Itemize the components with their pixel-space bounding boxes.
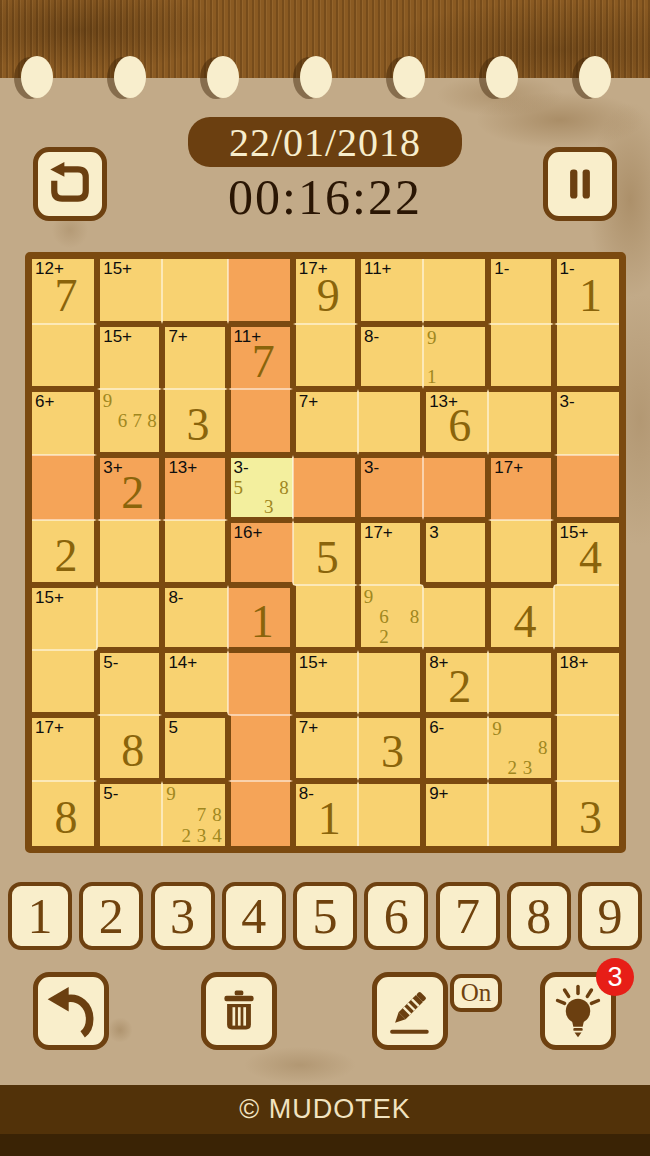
cage-label: 5 bbox=[168, 719, 177, 738]
cage-label: 3- bbox=[560, 393, 575, 412]
cell-r2c4[interactable]: 11+7 bbox=[228, 324, 293, 389]
cage-label: 8- bbox=[168, 589, 183, 608]
cell-r7c1[interactable] bbox=[32, 650, 97, 715]
cell-r8c5[interactable]: 7+ bbox=[293, 715, 358, 780]
cell-r1c4[interactable] bbox=[228, 259, 293, 324]
cell-r5c1[interactable]: 2 bbox=[32, 520, 97, 585]
cage-label: 3+ bbox=[103, 459, 122, 478]
cage-label: 11+ bbox=[364, 260, 392, 279]
cell-r4c6[interactable]: 3- bbox=[358, 455, 423, 520]
cell-value: 8 bbox=[35, 786, 97, 850]
number-button-5[interactable]: 5 bbox=[293, 882, 357, 950]
cage-label: 1- bbox=[560, 260, 575, 279]
trash-icon bbox=[213, 985, 265, 1037]
cell-r9c2[interactable]: 5- bbox=[97, 781, 162, 846]
cell-r6c3[interactable]: 8- bbox=[162, 585, 227, 650]
cell-r2c9[interactable] bbox=[554, 324, 619, 389]
binder-hole bbox=[486, 56, 518, 98]
pencil-mark: 5 bbox=[231, 477, 246, 497]
binder-hole bbox=[300, 56, 332, 98]
cell-r9c6[interactable] bbox=[358, 781, 423, 846]
cell-r8c8[interactable]: 2389 bbox=[488, 715, 553, 780]
cell-r8c3[interactable]: 5 bbox=[162, 715, 227, 780]
cell-r6c9[interactable] bbox=[554, 585, 619, 650]
cell-value: 8 bbox=[103, 720, 162, 781]
footer-bottom-strip bbox=[0, 1134, 650, 1156]
cage-label: 17+ bbox=[364, 524, 393, 543]
cell-r4c2[interactable]: 3+2 bbox=[97, 455, 162, 520]
cell-r6c2[interactable] bbox=[97, 585, 162, 650]
cell-r6c1[interactable]: 15+ bbox=[32, 585, 97, 650]
cage-label: 13+ bbox=[168, 459, 197, 478]
cage-label: 17+ bbox=[35, 719, 64, 738]
cell-r9c3[interactable]: 234789 bbox=[162, 781, 227, 846]
pencil-mark: 8 bbox=[535, 738, 550, 758]
binder-holes bbox=[0, 56, 650, 102]
cell-r4c9[interactable] bbox=[554, 455, 619, 520]
cell-r5c7[interactable]: 3 bbox=[423, 520, 488, 585]
binder-hole bbox=[114, 56, 146, 98]
cell-r1c7[interactable] bbox=[423, 259, 488, 324]
pencil-mark: 4 bbox=[209, 825, 224, 846]
cell-r8c6[interactable]: 3 bbox=[358, 715, 423, 780]
cage-label: 18+ bbox=[560, 654, 589, 673]
cell-r7c4[interactable] bbox=[228, 650, 293, 715]
number-button-3[interactable]: 3 bbox=[151, 882, 215, 950]
cell-r1c6[interactable]: 11+ bbox=[358, 259, 423, 324]
cell-r2c3[interactable]: 7+ bbox=[162, 324, 227, 389]
pause-icon bbox=[555, 159, 605, 209]
cage-label: 5- bbox=[103, 654, 118, 673]
cage-label: 16+ bbox=[234, 524, 263, 543]
cell-r1c2[interactable]: 15+ bbox=[97, 259, 162, 324]
cell-value: 3 bbox=[362, 722, 423, 781]
erase-button[interactable] bbox=[201, 972, 277, 1050]
cell-r4c1[interactable] bbox=[32, 455, 97, 520]
cell-r4c3[interactable]: 13+ bbox=[162, 455, 227, 520]
cell-r8c7[interactable]: 6- bbox=[423, 715, 488, 780]
cage-label: 11+ bbox=[234, 328, 262, 347]
pencil-mark: 2 bbox=[179, 825, 194, 846]
pencil-mark: 9 bbox=[163, 784, 178, 805]
cell-r6c8[interactable]: 4 bbox=[488, 585, 553, 650]
cell-r1c5[interactable]: 17+9 bbox=[293, 259, 358, 324]
cell-r1c9[interactable]: 1-1 bbox=[554, 259, 619, 324]
cell-r1c3[interactable] bbox=[162, 259, 227, 324]
pencil-mark: 9 bbox=[100, 390, 115, 410]
date-text: 22/01/2018 bbox=[229, 119, 421, 166]
pencil-mark: 3 bbox=[520, 758, 535, 778]
cell-r8c4[interactable] bbox=[228, 715, 293, 780]
cage-label: 14+ bbox=[168, 654, 197, 673]
sudoku-board: 12+715+17+911+1-1-115+7+11+78-196+678937… bbox=[25, 252, 626, 853]
cage-label: 9+ bbox=[429, 785, 448, 804]
cell-r3c6[interactable] bbox=[358, 389, 423, 454]
cage-label: 12+ bbox=[35, 260, 64, 279]
cell-r9c5[interactable]: 8-1 bbox=[293, 781, 358, 846]
cell-r9c7[interactable]: 9+ bbox=[423, 781, 488, 846]
pencil-mark: 8 bbox=[145, 411, 160, 431]
cell-r7c2[interactable]: 5- bbox=[97, 650, 162, 715]
cell-r4c7[interactable] bbox=[423, 455, 488, 520]
cage-label: 8- bbox=[364, 328, 379, 347]
pencil-mode-badge[interactable]: On bbox=[450, 974, 502, 1012]
cell-r6c4[interactable]: 1 bbox=[228, 585, 293, 650]
pencil-mark: 3 bbox=[194, 825, 209, 846]
pencil-mark: 3 bbox=[261, 497, 276, 517]
cage-label: 3- bbox=[364, 459, 379, 478]
pencil-mark: 6 bbox=[376, 606, 391, 626]
hint-count: 3 bbox=[607, 962, 622, 993]
pencil-mark: 8 bbox=[407, 606, 422, 626]
pencil-mark: 8 bbox=[209, 804, 224, 825]
cell-r6c5[interactable] bbox=[293, 585, 358, 650]
cell-value: 2 bbox=[35, 525, 97, 586]
footer-bar: © MUDOTEK bbox=[0, 1085, 650, 1134]
binder-hole bbox=[393, 56, 425, 98]
pencil-mark: 6 bbox=[115, 411, 130, 431]
killer-sudoku-app: 22/01/2018 00:16:22 12+715+17+911+1-1-11… bbox=[0, 0, 650, 1156]
pencil-mark: 9 bbox=[361, 586, 376, 606]
cell-r5c2[interactable] bbox=[97, 520, 162, 585]
cell-r4c5[interactable] bbox=[293, 455, 358, 520]
number-button-9[interactable]: 9 bbox=[578, 882, 642, 950]
number-button-row: 123456789 bbox=[0, 882, 650, 950]
binder-hole bbox=[579, 56, 611, 98]
cage-label: 7+ bbox=[299, 719, 318, 738]
pencil-mark: 7 bbox=[130, 411, 145, 431]
binder-hole bbox=[21, 56, 53, 98]
cell-r7c5[interactable]: 15+ bbox=[293, 650, 358, 715]
number-button-4[interactable]: 4 bbox=[222, 882, 286, 950]
pencil-mode-text: On bbox=[461, 979, 492, 1007]
cell-r6c6[interactable]: 2689 bbox=[358, 585, 423, 650]
cell-r3c8[interactable] bbox=[488, 389, 553, 454]
cell-r8c1[interactable]: 17+ bbox=[32, 715, 97, 780]
cell-r2c6[interactable]: 8- bbox=[358, 324, 423, 389]
cell-r9c1[interactable]: 8 bbox=[32, 781, 97, 846]
binder-hole bbox=[207, 56, 239, 98]
cell-r4c8[interactable]: 17+ bbox=[488, 455, 553, 520]
copyright-text: © MUDOTEK bbox=[239, 1094, 410, 1125]
pencil-mark: 2 bbox=[505, 758, 520, 778]
cell-r9c9[interactable]: 3 bbox=[554, 781, 619, 846]
cell-r6c7[interactable] bbox=[423, 585, 488, 650]
cage-label: 13+ bbox=[429, 393, 458, 412]
cell-r1c1[interactable]: 12+7 bbox=[32, 259, 97, 324]
cell-r3c7[interactable]: 13+6 bbox=[423, 389, 488, 454]
cell-value: 3 bbox=[560, 786, 622, 850]
cell-r8c2[interactable]: 8 bbox=[97, 715, 162, 780]
pencil-icon bbox=[382, 983, 438, 1039]
cell-r7c9[interactable]: 18+ bbox=[554, 650, 619, 715]
cage-label: 8- bbox=[299, 785, 314, 804]
cage-label: 7+ bbox=[168, 328, 187, 347]
cell-r4c4[interactable]: 3-358 bbox=[228, 455, 293, 520]
cell-r2c7[interactable]: 19 bbox=[423, 324, 488, 389]
lightbulb-icon bbox=[550, 983, 606, 1039]
cell-r7c7[interactable]: 8+2 bbox=[423, 650, 488, 715]
cage-label: 15+ bbox=[299, 654, 328, 673]
cell-r5c5[interactable]: 5 bbox=[293, 520, 358, 585]
number-button-2[interactable]: 2 bbox=[79, 882, 143, 950]
undo-button[interactable] bbox=[33, 972, 109, 1050]
cell-r2c5[interactable] bbox=[293, 324, 358, 389]
cage-label: 5- bbox=[103, 785, 118, 804]
number-button-6[interactable]: 6 bbox=[364, 882, 428, 950]
cage-label: 7+ bbox=[299, 393, 318, 412]
cell-r5c9[interactable]: 15+4 bbox=[554, 520, 619, 585]
cell-r3c3[interactable]: 3 bbox=[162, 389, 227, 454]
pencil-mark: 7 bbox=[194, 804, 209, 825]
cage-label: 8+ bbox=[429, 654, 448, 673]
cell-r5c4[interactable]: 16+ bbox=[228, 520, 293, 585]
pencil-mark: 8 bbox=[276, 477, 291, 497]
date-badge: 22/01/2018 bbox=[188, 117, 462, 167]
cell-r3c2[interactable]: 6789 bbox=[97, 389, 162, 454]
cell-value: 5 bbox=[297, 527, 358, 588]
cage-label: 6+ bbox=[35, 393, 54, 412]
cell-r9c8[interactable] bbox=[488, 781, 553, 846]
number-button-1[interactable]: 1 bbox=[8, 882, 72, 950]
cage-label: 15+ bbox=[35, 589, 64, 608]
cage-label: 15+ bbox=[560, 524, 589, 543]
cell-r5c6[interactable]: 17+ bbox=[358, 520, 423, 585]
cage-label: 17+ bbox=[299, 260, 328, 279]
pause-button[interactable] bbox=[543, 147, 617, 221]
cell-r3c4[interactable] bbox=[228, 389, 293, 454]
cage-label: 3- bbox=[234, 459, 249, 478]
cell-r2c8[interactable] bbox=[488, 324, 553, 389]
cell-r3c5[interactable]: 7+ bbox=[293, 389, 358, 454]
cell-r2c1[interactable] bbox=[32, 324, 97, 389]
cell-r5c3[interactable] bbox=[162, 520, 227, 585]
cell-r7c8[interactable] bbox=[488, 650, 553, 715]
cage-label: 17+ bbox=[494, 459, 523, 478]
cage-label: 6- bbox=[429, 719, 444, 738]
cell-r7c6[interactable] bbox=[358, 650, 423, 715]
cage-label: 15+ bbox=[103, 260, 132, 279]
cage-label: 15+ bbox=[103, 328, 132, 347]
cell-r2c2[interactable]: 15+ bbox=[97, 324, 162, 389]
cell-r9c4[interactable] bbox=[228, 781, 293, 846]
pencil-button[interactable] bbox=[372, 972, 448, 1050]
undo-icon bbox=[43, 983, 99, 1039]
cell-r1c8[interactable]: 1- bbox=[488, 259, 553, 324]
pencil-mark: 9 bbox=[489, 718, 504, 738]
cell-r5c8[interactable] bbox=[488, 520, 553, 585]
number-button-7[interactable]: 7 bbox=[436, 882, 500, 950]
cell-value: 4 bbox=[494, 592, 555, 651]
hint-count-badge: 3 bbox=[596, 958, 634, 996]
cell-r8c9[interactable] bbox=[554, 715, 619, 780]
cage-label: 3 bbox=[429, 524, 438, 543]
number-button-8[interactable]: 8 bbox=[507, 882, 571, 950]
cell-r3c1[interactable]: 6+ bbox=[32, 389, 97, 454]
cell-value: 1 bbox=[232, 592, 293, 651]
pencil-mark: 9 bbox=[424, 327, 439, 347]
cell-r7c3[interactable]: 14+ bbox=[162, 650, 227, 715]
cell-r3c9[interactable]: 3- bbox=[554, 389, 619, 454]
pencil-mark: 2 bbox=[376, 627, 391, 647]
pencil-mark: 1 bbox=[424, 367, 439, 387]
cell-value: 3 bbox=[168, 394, 227, 455]
cage-label: 1- bbox=[494, 260, 509, 279]
